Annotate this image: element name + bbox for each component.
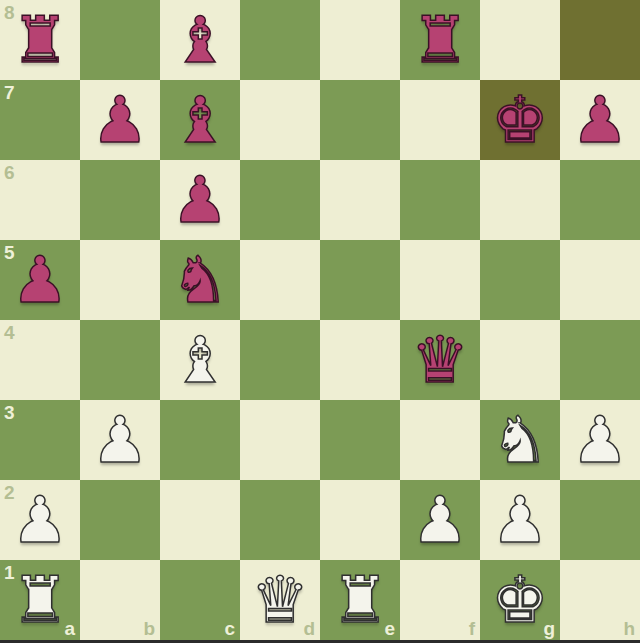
square-d6[interactable] bbox=[240, 160, 320, 240]
square-h3[interactable]: ♟ bbox=[560, 400, 640, 480]
square-g7[interactable]: ♚ bbox=[480, 80, 560, 160]
square-b6[interactable] bbox=[80, 160, 160, 240]
square-f6[interactable] bbox=[400, 160, 480, 240]
square-g1[interactable]: g♚ bbox=[480, 560, 560, 640]
square-b3[interactable]: ♟ bbox=[80, 400, 160, 480]
square-e6[interactable] bbox=[320, 160, 400, 240]
piece-white-bishop[interactable]: ♝ bbox=[160, 320, 240, 400]
piece-black-rook[interactable]: ♜ bbox=[400, 0, 480, 80]
square-c8[interactable]: ♝ bbox=[160, 0, 240, 80]
piece-black-knight[interactable]: ♞ bbox=[160, 240, 240, 320]
piece-white-pawn[interactable]: ♟ bbox=[480, 480, 560, 560]
piece-white-pawn[interactable]: ♟ bbox=[0, 480, 80, 560]
square-c4[interactable]: ♝ bbox=[160, 320, 240, 400]
piece-black-rook[interactable]: ♜ bbox=[0, 0, 80, 80]
square-h6[interactable] bbox=[560, 160, 640, 240]
square-b1[interactable]: b bbox=[80, 560, 160, 640]
square-f3[interactable] bbox=[400, 400, 480, 480]
square-a3[interactable]: 3 bbox=[0, 400, 80, 480]
piece-black-bishop[interactable]: ♝ bbox=[160, 0, 240, 80]
piece-white-pawn[interactable]: ♟ bbox=[80, 400, 160, 480]
square-b2[interactable] bbox=[80, 480, 160, 560]
square-b4[interactable] bbox=[80, 320, 160, 400]
square-a6[interactable]: 6 bbox=[0, 160, 80, 240]
square-h5[interactable] bbox=[560, 240, 640, 320]
square-h4[interactable] bbox=[560, 320, 640, 400]
square-a8[interactable]: 8♜ bbox=[0, 0, 80, 80]
piece-black-pawn[interactable]: ♟ bbox=[80, 80, 160, 160]
square-d1[interactable]: d♛ bbox=[240, 560, 320, 640]
rank-label-6: 6 bbox=[4, 163, 15, 182]
square-g8[interactable] bbox=[480, 0, 560, 80]
square-g5[interactable] bbox=[480, 240, 560, 320]
piece-black-pawn[interactable]: ♟ bbox=[160, 160, 240, 240]
piece-white-pawn[interactable]: ♟ bbox=[400, 480, 480, 560]
file-label-f: f bbox=[469, 619, 475, 638]
square-d3[interactable] bbox=[240, 400, 320, 480]
piece-black-pawn[interactable]: ♟ bbox=[0, 240, 80, 320]
square-a5[interactable]: 5♟ bbox=[0, 240, 80, 320]
chess-app: 8♜♝♜7♟♝♚♟6♟5♟♞4♝♛3♟♞♟2♟♟♟1a♜bcd♛e♜fg♚h bbox=[0, 0, 640, 643]
square-c6[interactable]: ♟ bbox=[160, 160, 240, 240]
piece-white-rook[interactable]: ♜ bbox=[0, 560, 80, 640]
square-c5[interactable]: ♞ bbox=[160, 240, 240, 320]
square-h7[interactable]: ♟ bbox=[560, 80, 640, 160]
square-f7[interactable] bbox=[400, 80, 480, 160]
piece-black-king[interactable]: ♚ bbox=[480, 80, 560, 160]
square-h2[interactable] bbox=[560, 480, 640, 560]
file-label-h: h bbox=[623, 619, 635, 638]
square-d5[interactable] bbox=[240, 240, 320, 320]
chess-board: 8♜♝♜7♟♝♚♟6♟5♟♞4♝♛3♟♞♟2♟♟♟1a♜bcd♛e♜fg♚h bbox=[0, 0, 640, 640]
square-e3[interactable] bbox=[320, 400, 400, 480]
square-d8[interactable] bbox=[240, 0, 320, 80]
square-h1[interactable]: h bbox=[560, 560, 640, 640]
square-a1[interactable]: 1a♜ bbox=[0, 560, 80, 640]
square-c3[interactable] bbox=[160, 400, 240, 480]
piece-white-knight[interactable]: ♞ bbox=[480, 400, 560, 480]
piece-black-bishop[interactable]: ♝ bbox=[160, 80, 240, 160]
square-f5[interactable] bbox=[400, 240, 480, 320]
square-h8[interactable] bbox=[560, 0, 640, 80]
piece-white-pawn[interactable]: ♟ bbox=[560, 400, 640, 480]
square-e1[interactable]: e♜ bbox=[320, 560, 400, 640]
file-label-c: c bbox=[224, 619, 235, 638]
square-g2[interactable]: ♟ bbox=[480, 480, 560, 560]
rank-label-4: 4 bbox=[4, 323, 15, 342]
file-label-b: b bbox=[143, 619, 155, 638]
square-g4[interactable] bbox=[480, 320, 560, 400]
piece-black-pawn[interactable]: ♟ bbox=[560, 80, 640, 160]
square-d2[interactable] bbox=[240, 480, 320, 560]
piece-white-rook[interactable]: ♜ bbox=[320, 560, 400, 640]
square-c2[interactable] bbox=[160, 480, 240, 560]
square-f1[interactable]: f bbox=[400, 560, 480, 640]
square-e8[interactable] bbox=[320, 0, 400, 80]
square-a7[interactable]: 7 bbox=[0, 80, 80, 160]
square-b5[interactable] bbox=[80, 240, 160, 320]
rank-label-7: 7 bbox=[4, 83, 15, 102]
square-d7[interactable] bbox=[240, 80, 320, 160]
square-c1[interactable]: c bbox=[160, 560, 240, 640]
square-c7[interactable]: ♝ bbox=[160, 80, 240, 160]
piece-white-king[interactable]: ♚ bbox=[480, 560, 560, 640]
square-b7[interactable]: ♟ bbox=[80, 80, 160, 160]
rank-label-3: 3 bbox=[4, 403, 15, 422]
square-f2[interactable]: ♟ bbox=[400, 480, 480, 560]
square-a2[interactable]: 2♟ bbox=[0, 480, 80, 560]
square-e5[interactable] bbox=[320, 240, 400, 320]
piece-black-queen[interactable]: ♛ bbox=[400, 320, 480, 400]
square-f4[interactable]: ♛ bbox=[400, 320, 480, 400]
square-e4[interactable] bbox=[320, 320, 400, 400]
square-f8[interactable]: ♜ bbox=[400, 0, 480, 80]
square-e2[interactable] bbox=[320, 480, 400, 560]
square-g3[interactable]: ♞ bbox=[480, 400, 560, 480]
square-b8[interactable] bbox=[80, 0, 160, 80]
square-d4[interactable] bbox=[240, 320, 320, 400]
square-e7[interactable] bbox=[320, 80, 400, 160]
square-a4[interactable]: 4 bbox=[0, 320, 80, 400]
piece-white-queen[interactable]: ♛ bbox=[240, 560, 320, 640]
square-g6[interactable] bbox=[480, 160, 560, 240]
